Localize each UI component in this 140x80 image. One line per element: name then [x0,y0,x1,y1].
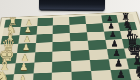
square [124,48,140,59]
square [71,71,91,80]
chess-board [0,12,140,80]
square [32,72,52,80]
square [52,71,72,80]
square [110,69,132,80]
square [0,74,14,80]
chess-case-lid-seam [43,7,101,9]
square [91,70,112,80]
photo-stage: ♜♟♟♜♞♟♟♞♝♟♟♝♛♟♟♛♚♟♟♚♝♟♟♝♞♟♟♞♜♟♟♜ [0,0,140,80]
chess-case [39,0,105,11]
square [132,79,140,80]
square [129,68,140,80]
chess-board-grid [0,14,140,80]
square [127,58,140,69]
square [12,73,33,80]
